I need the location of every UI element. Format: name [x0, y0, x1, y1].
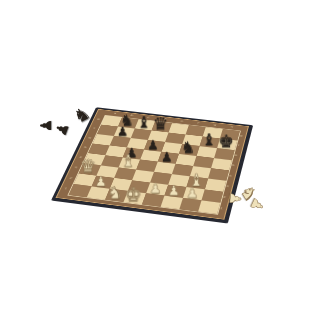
black-bishop-piece[interactable]: ♝	[202, 132, 216, 148]
rank-label-3: 3	[226, 185, 229, 188]
black-king-piece[interactable]: ♚	[218, 132, 234, 150]
white-pawn-piece[interactable]: ♟	[186, 186, 198, 200]
product-photo-scene: abcdefgh abcdefgh 87654321 87654321 ♞♝♛♟…	[0, 0, 309, 309]
rank-label-7: 7	[92, 127, 95, 129]
white-bishop-piece[interactable]: ♝	[121, 153, 135, 169]
rank-label-1: 1	[64, 187, 68, 190]
white-queen-piece[interactable]: ♛	[80, 157, 96, 175]
captured-white-knight[interactable]: ♞	[237, 183, 259, 205]
file-label-e: e	[180, 120, 183, 123]
black-queen-piece[interactable]: ♛	[153, 115, 168, 132]
square-h5[interactable]	[211, 158, 232, 170]
file-label-a: a	[113, 112, 116, 115]
rank-label-2: 2	[223, 196, 226, 199]
file-label-g: g	[213, 124, 216, 127]
white-pawn-piece[interactable]: ♟	[150, 182, 162, 196]
board-frame: abcdefgh abcdefgh 87654321 87654321 ♞♝♛♟…	[51, 107, 253, 223]
black-knight-piece[interactable]: ♞	[181, 140, 195, 156]
rank-label-8: 8	[239, 135, 242, 137]
rank-label-3: 3	[74, 166, 78, 169]
captured-black-pawn[interactable]: ♟	[39, 119, 54, 132]
black-pawn-piece[interactable]: ♟	[147, 139, 158, 152]
rank-label-1: 1	[220, 207, 223, 210]
square-h3[interactable]	[205, 179, 226, 192]
black-pawn-piece[interactable]: ♟	[117, 125, 128, 138]
rank-label-4: 4	[229, 175, 232, 178]
white-king-piece[interactable]: ♚	[125, 185, 142, 204]
rank-label-5: 5	[231, 164, 234, 167]
file-label-h: h	[230, 126, 233, 129]
rank-label-6: 6	[88, 137, 91, 139]
black-bishop-piece[interactable]: ♝	[137, 115, 151, 130]
rank-label-6: 6	[234, 154, 237, 157]
square-h6[interactable]	[214, 148, 234, 160]
square-g6[interactable]	[196, 146, 217, 158]
rank-label-8: 8	[97, 118, 100, 120]
board-perspective-wrapper: abcdefgh abcdefgh 87654321 87654321 ♞♝♛♟…	[51, 107, 253, 223]
square-g5[interactable]	[193, 156, 214, 168]
black-pawn-piece[interactable]: ♟	[161, 150, 173, 163]
white-pawn-piece[interactable]: ♟	[168, 184, 180, 198]
captured-white-pawn[interactable]: ♟	[247, 195, 266, 214]
square-f6[interactable]: ♞	[179, 144, 200, 156]
rank-label-5: 5	[83, 146, 86, 148]
square-a1[interactable]	[69, 184, 92, 197]
rank-label-7: 7	[237, 144, 240, 146]
white-knight-piece[interactable]: ♞	[107, 185, 122, 202]
file-label-f: f	[197, 122, 199, 125]
white-pawn-piece[interactable]: ♟	[95, 175, 107, 188]
captured-black-pawn[interactable]: ♟	[53, 121, 72, 139]
rank-label-2: 2	[69, 177, 73, 180]
square-h1[interactable]	[198, 200, 220, 214]
square-e5[interactable]: ♟	[158, 152, 179, 164]
